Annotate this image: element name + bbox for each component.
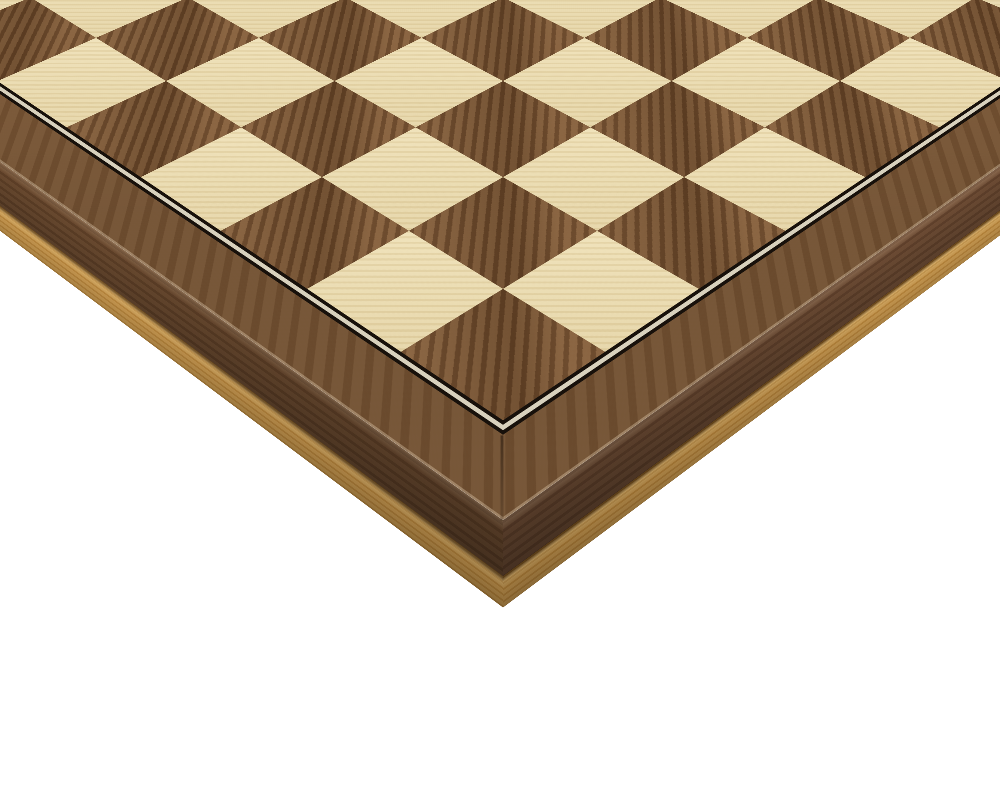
playing-area xyxy=(0,0,1000,420)
product-photo-scene xyxy=(0,0,1000,800)
chess-board xyxy=(0,0,1000,520)
board-top-face xyxy=(0,0,1000,520)
frame-mitre-seam xyxy=(500,435,503,520)
